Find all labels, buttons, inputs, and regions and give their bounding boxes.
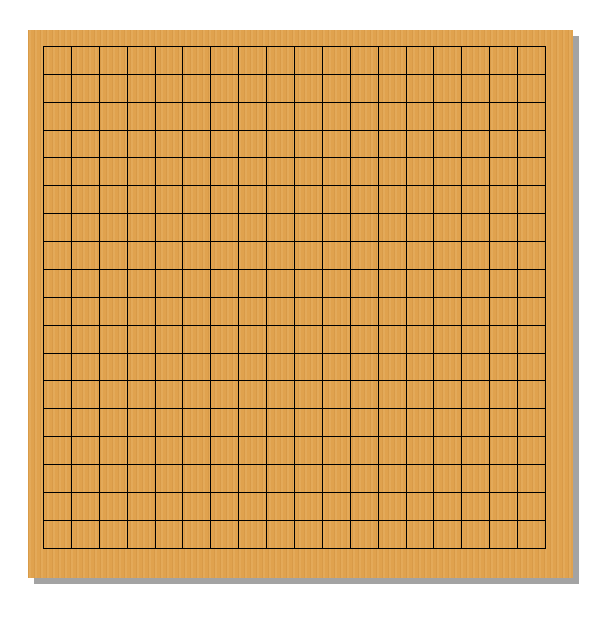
go-diagram bbox=[0, 0, 600, 635]
go-board[interactable] bbox=[28, 30, 573, 578]
board-grid-lines bbox=[43, 46, 546, 549]
